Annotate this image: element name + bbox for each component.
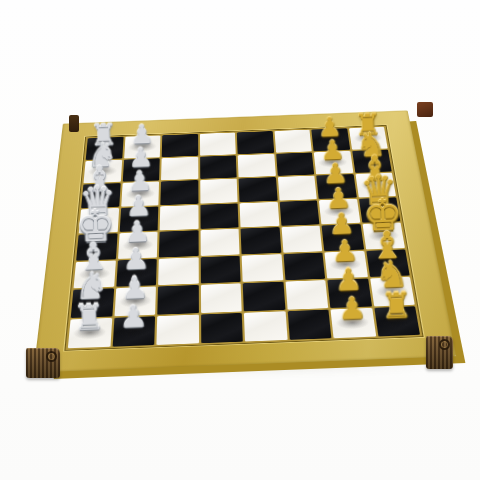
square-f3 bbox=[158, 257, 198, 285]
square-h5 bbox=[244, 311, 287, 342]
corner-foot-top-left bbox=[69, 115, 79, 132]
square-g6 bbox=[285, 280, 328, 309]
square-f5 bbox=[242, 254, 283, 282]
square-h8: ♜ bbox=[374, 306, 420, 337]
black-rook-h8: ♜ bbox=[380, 287, 412, 323]
square-h6 bbox=[287, 309, 331, 340]
square-b4 bbox=[200, 155, 237, 179]
chess-set-photo: ♜♟♟♜♞♟♟♞♝♟♟♝♛♟♟♛♚♟♟♚♝♟♟♝♞♟♟♞♜♟♟♜ bbox=[0, 0, 480, 480]
square-c3 bbox=[160, 180, 198, 205]
square-c6 bbox=[277, 176, 316, 201]
square-d5 bbox=[240, 202, 279, 228]
square-e6 bbox=[281, 226, 322, 253]
square-h1: ♜ bbox=[68, 318, 112, 349]
square-h3 bbox=[156, 314, 198, 345]
square-a5 bbox=[237, 131, 274, 154]
corner-foot-top-right bbox=[417, 102, 433, 117]
square-g4 bbox=[200, 283, 241, 312]
square-e4 bbox=[200, 229, 239, 256]
square-a4 bbox=[200, 133, 236, 156]
square-d4 bbox=[200, 203, 239, 229]
square-d6 bbox=[279, 200, 319, 226]
board-tilt-wrapper: ♜♟♟♜♞♟♟♞♝♟♟♝♛♟♟♛♚♟♟♚♝♟♟♝♞♟♟♞♜♟♟♜ bbox=[0, 0, 480, 480]
square-f6 bbox=[283, 252, 325, 280]
perspective-scene: ♜♟♟♜♞♟♟♞♝♟♟♝♛♟♟♛♚♟♟♚♝♟♟♝♞♟♟♞♜♟♟♜ bbox=[0, 0, 480, 480]
square-e5 bbox=[241, 227, 281, 254]
square-c5 bbox=[239, 177, 278, 202]
square-b3 bbox=[161, 157, 198, 181]
square-f4 bbox=[200, 255, 240, 283]
black-pawn-h7: ♟ bbox=[338, 294, 366, 325]
square-c4 bbox=[200, 179, 238, 204]
square-b6 bbox=[276, 152, 314, 176]
white-rook-h1: ♜ bbox=[73, 299, 105, 335]
corner-foot-bottom-left bbox=[26, 348, 60, 378]
square-g3 bbox=[157, 285, 198, 314]
square-a6 bbox=[274, 130, 312, 153]
chessboard: ♜♟♟♜♞♟♟♞♝♟♟♝♛♟♟♛♚♟♟♚♝♟♟♝♞♟♟♞♜♟♟♜ bbox=[64, 125, 423, 351]
square-g5 bbox=[243, 282, 285, 311]
corner-foot-bottom-right bbox=[426, 336, 453, 369]
square-b5 bbox=[238, 154, 276, 178]
white-pawn-h2: ♟ bbox=[119, 302, 147, 333]
square-h4 bbox=[201, 313, 243, 344]
square-e3 bbox=[159, 230, 198, 257]
square-h7: ♟ bbox=[330, 308, 375, 339]
brass-board-frame: ♜♟♟♜♞♟♟♞♝♟♟♝♛♟♟♛♚♟♟♚♝♟♟♝♞♟♟♞♜♟♟♜ bbox=[33, 110, 456, 372]
square-h2: ♟ bbox=[112, 316, 155, 347]
square-d3 bbox=[160, 205, 198, 231]
square-a3 bbox=[162, 134, 198, 157]
